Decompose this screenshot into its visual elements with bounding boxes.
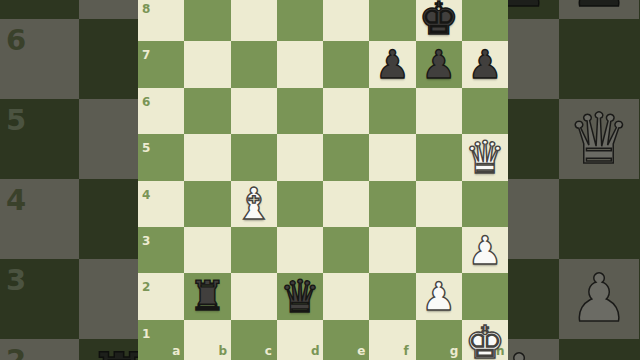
square-b8[interactable] [184, 0, 230, 41]
square-e6[interactable] [323, 88, 369, 134]
bg-square-h6 [559, 19, 639, 99]
square-e4[interactable] [323, 181, 369, 227]
white-pawn-g2[interactable]: ♟ [416, 273, 462, 319]
rank-label-2: 2 [142, 281, 150, 293]
file-label-f: f [404, 345, 409, 357]
square-e3[interactable] [323, 227, 369, 273]
black-rook-b2[interactable]: ♜ [184, 273, 230, 319]
square-d4[interactable] [277, 181, 323, 227]
rank-label-6: 6 [142, 96, 150, 108]
square-b3[interactable] [184, 227, 230, 273]
square-f4[interactable] [369, 181, 415, 227]
square-c7[interactable] [231, 41, 277, 87]
square-c8[interactable] [231, 0, 277, 41]
file-label-b: b [219, 345, 228, 357]
square-d6[interactable] [277, 88, 323, 134]
square-f5[interactable] [369, 134, 415, 180]
bg-white-pawn: ♟ [559, 259, 639, 339]
bg-rank-label-5: 5 [6, 106, 26, 135]
bg-rank-label-2: 2 [6, 346, 26, 360]
file-label-a: a [172, 345, 180, 357]
square-g3[interactable] [416, 227, 462, 273]
black-queen-d2[interactable]: ♛ [277, 273, 323, 319]
square-f6[interactable] [369, 88, 415, 134]
square-g5[interactable] [416, 134, 462, 180]
rank-label-3: 3 [142, 235, 150, 247]
square-f2[interactable] [369, 273, 415, 319]
square-h8[interactable] [462, 0, 508, 41]
file-label-g: g [450, 345, 459, 357]
square-h4[interactable] [462, 181, 508, 227]
square-e5[interactable] [323, 134, 369, 180]
square-e8[interactable] [323, 0, 369, 41]
rank-label-7: 7 [142, 49, 150, 61]
square-d8[interactable] [277, 0, 323, 41]
square-e2[interactable] [323, 273, 369, 319]
square-c5[interactable] [231, 134, 277, 180]
bg-rank-label-3: 3 [6, 266, 26, 295]
square-c3[interactable] [231, 227, 277, 273]
square-f8[interactable] [369, 0, 415, 41]
square-e7[interactable] [323, 41, 369, 87]
bg-square-a7 [0, 0, 79, 19]
square-b7[interactable] [184, 41, 230, 87]
chess-video-frame: 65432♟♟♛♟♜♟ 87654321abcdefgh♚♟♟♟♛♝♟♜♛♟♚ [0, 0, 640, 360]
square-b4[interactable] [184, 181, 230, 227]
square-c6[interactable] [231, 88, 277, 134]
white-bishop-c4[interactable]: ♝ [231, 181, 277, 227]
bg-black-pawn: ♟ [559, 0, 639, 19]
rank-label-8: 8 [142, 3, 150, 15]
bg-square-h2 [559, 339, 639, 360]
square-d3[interactable] [277, 227, 323, 273]
rank-label-1: 1 [142, 328, 150, 340]
square-c2[interactable] [231, 273, 277, 319]
black-pawn-g7[interactable]: ♟ [416, 41, 462, 87]
square-g6[interactable] [416, 88, 462, 134]
rank-label-5: 5 [142, 142, 150, 154]
black-pawn-h7[interactable]: ♟ [462, 41, 508, 87]
square-h6[interactable] [462, 88, 508, 134]
chess-board: 87654321abcdefgh♚♟♟♟♛♝♟♜♛♟♚ [138, 0, 508, 360]
file-label-e: e [357, 345, 365, 357]
white-pawn-h3[interactable]: ♟ [462, 227, 508, 273]
square-b6[interactable] [184, 88, 230, 134]
rank-label-4: 4 [142, 189, 150, 201]
black-pawn-f7[interactable]: ♟ [369, 41, 415, 87]
square-d5[interactable] [277, 134, 323, 180]
white-queen-h5[interactable]: ♛ [462, 134, 508, 180]
square-h2[interactable] [462, 273, 508, 319]
bg-white-queen: ♛ [559, 99, 639, 179]
file-label-c: c [265, 345, 272, 357]
square-g4[interactable] [416, 181, 462, 227]
bg-rank-label-4: 4 [6, 186, 26, 215]
square-d7[interactable] [277, 41, 323, 87]
bg-rank-label-6: 6 [6, 26, 26, 55]
bg-square-h4 [559, 179, 639, 259]
black-king-g8[interactable]: ♚ [416, 0, 462, 41]
square-b5[interactable] [184, 134, 230, 180]
file-label-d: d [311, 345, 320, 357]
square-f3[interactable] [369, 227, 415, 273]
white-king-h1[interactable]: ♚ [462, 320, 508, 360]
